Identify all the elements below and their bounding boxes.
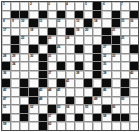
black-cell-r13c3 — [20, 105, 28, 113]
black-cell-r2c5 — [39, 11, 47, 19]
white-cell-r6c14[interactable] — [121, 45, 129, 53]
clue-number: 59 — [3, 122, 6, 125]
white-cell-r8c4[interactable] — [29, 62, 37, 70]
white-cell-r15c12[interactable] — [102, 122, 110, 130]
black-cell-r7c5 — [39, 54, 47, 62]
clue-number: 54 — [66, 105, 69, 108]
black-cell-r8c7 — [57, 62, 65, 70]
white-cell-r15c6[interactable]: 60 — [48, 122, 56, 130]
white-cell-r3c15[interactable]: 16 — [130, 19, 138, 27]
black-cell-r5c12 — [102, 36, 110, 44]
white-cell-r14c4[interactable] — [29, 114, 37, 122]
white-cell-r5c3[interactable]: 22 — [20, 36, 28, 44]
clue-number: 56 — [112, 105, 115, 108]
clue-number: 1 — [3, 2, 5, 5]
white-cell-r5c10[interactable] — [84, 36, 92, 44]
white-cell-r7c4[interactable]: 30 — [29, 54, 37, 62]
white-cell-r9c9[interactable]: 38 — [75, 71, 83, 79]
white-cell-r8c14[interactable] — [121, 62, 129, 70]
white-cell-r13c10[interactable]: 55 — [84, 105, 92, 113]
white-cell-r3c2[interactable]: 9 — [11, 19, 19, 27]
white-cell-r1c7[interactable] — [57, 2, 65, 10]
white-cell-r1c4[interactable]: 2 — [29, 2, 37, 10]
clue-number: 22 — [21, 36, 24, 39]
white-cell-r4c11[interactable] — [93, 28, 101, 36]
white-cell-r7c6[interactable]: 31 — [48, 54, 56, 62]
black-cell-r14c7 — [57, 114, 65, 122]
black-cell-r2c7 — [57, 11, 65, 19]
white-cell-r14c12[interactable]: 58 — [102, 114, 110, 122]
white-cell-r12c9[interactable] — [75, 97, 83, 105]
white-cell-r4c5[interactable] — [39, 28, 47, 36]
clue-number: 5 — [85, 2, 87, 5]
clue-number: 51 — [3, 105, 6, 108]
white-cell-r11c15[interactable] — [130, 88, 138, 96]
white-cell-r13c9[interactable] — [75, 105, 83, 113]
white-cell-r2c12[interactable] — [102, 11, 110, 19]
white-cell-r6c5[interactable] — [39, 45, 47, 53]
white-cell-r12c5[interactable]: 48 — [39, 97, 47, 105]
clue-number: 12 — [57, 19, 60, 22]
white-cell-r12c6[interactable] — [48, 97, 56, 105]
white-cell-r9c14[interactable] — [121, 71, 129, 79]
crossword-grid: 1234567891011121314151617181920212223242… — [1, 1, 139, 131]
clue-number: 10 — [21, 19, 24, 22]
white-cell-r13c7[interactable]: 53 — [57, 105, 65, 113]
black-cell-r5c5 — [39, 36, 47, 44]
white-cell-r9c7[interactable] — [57, 71, 65, 79]
black-cell-r2c15 — [130, 11, 138, 19]
white-cell-r4c13[interactable]: 21 — [112, 28, 120, 36]
white-cell-r5c4[interactable] — [29, 36, 37, 44]
white-cell-r7c8[interactable] — [66, 54, 74, 62]
black-cell-r8c1 — [2, 62, 10, 70]
white-cell-r7c7[interactable] — [57, 54, 65, 62]
white-cell-r7c9[interactable] — [75, 54, 83, 62]
white-cell-r7c1[interactable]: 28 — [2, 54, 10, 62]
black-cell-r10c14 — [121, 79, 129, 87]
black-cell-r4c12 — [102, 28, 110, 36]
white-cell-r7c10[interactable] — [84, 54, 92, 62]
white-cell-r8c8[interactable] — [66, 62, 74, 70]
black-cell-r14c5 — [39, 114, 47, 122]
white-cell-r8c10[interactable] — [84, 62, 92, 70]
white-cell-r2c14[interactable] — [121, 11, 129, 19]
black-cell-r14c3 — [20, 114, 28, 122]
white-cell-r13c13[interactable]: 56 — [112, 105, 120, 113]
white-cell-r12c14[interactable]: 50 — [121, 97, 129, 105]
white-cell-r12c1[interactable]: 47 — [2, 97, 10, 105]
black-cell-r3c10 — [84, 19, 92, 27]
black-cell-r5c13 — [112, 36, 120, 44]
white-cell-r11c10[interactable] — [84, 88, 92, 96]
black-cell-r6c6 — [48, 45, 56, 53]
white-cell-r14c2[interactable] — [11, 114, 19, 122]
white-cell-r2c1[interactable] — [2, 11, 10, 19]
white-cell-r11c13[interactable] — [112, 88, 120, 96]
clue-number: 14 — [94, 19, 97, 22]
clue-number: 19 — [76, 28, 79, 31]
black-cell-r6c2 — [11, 45, 19, 53]
black-cell-r6c15 — [130, 45, 138, 53]
white-cell-r3c12[interactable] — [102, 19, 110, 27]
clue-number: 52 — [30, 105, 33, 108]
black-cell-r8c9 — [75, 62, 83, 70]
white-cell-r5c6[interactable]: 23 — [48, 36, 56, 44]
white-cell-r11c7[interactable]: 45 — [57, 88, 65, 96]
clue-number: 21 — [112, 28, 115, 31]
white-cell-r15c14[interactable] — [121, 122, 129, 130]
white-cell-r14c10[interactable] — [84, 114, 92, 122]
clue-number: 20 — [85, 28, 88, 31]
clue-number: 42 — [3, 88, 6, 91]
white-cell-r9c6[interactable]: 37 — [48, 71, 56, 79]
black-cell-r6c11 — [93, 45, 101, 53]
clue-number: 30 — [30, 54, 33, 57]
black-cell-r11c11 — [93, 88, 101, 96]
white-cell-r3c3[interactable]: 10 — [20, 19, 28, 27]
white-cell-r7c3[interactable] — [20, 54, 28, 62]
white-cell-r8c3[interactable] — [20, 62, 28, 70]
white-cell-r3c14[interactable]: 15 — [121, 19, 129, 27]
white-cell-r3c7[interactable]: 12 — [57, 19, 65, 27]
black-cell-r10c3 — [20, 79, 28, 87]
black-cell-r6c4 — [29, 45, 37, 53]
white-cell-r13c4[interactable]: 52 — [29, 105, 37, 113]
white-cell-r9c8[interactable] — [66, 71, 74, 79]
white-cell-r10c11[interactable] — [93, 79, 101, 87]
white-cell-r6c12[interactable]: 27 — [102, 45, 110, 53]
white-cell-r12c11[interactable]: 49 — [93, 97, 101, 105]
white-cell-r3c5[interactable]: 11 — [39, 19, 47, 27]
white-cell-r8c13[interactable] — [112, 62, 120, 70]
black-cell-r4c8 — [66, 28, 74, 36]
white-cell-r12c3[interactable] — [20, 97, 28, 105]
clue-number: 49 — [94, 97, 97, 100]
clue-number: 4 — [66, 2, 68, 5]
white-cell-r15c11[interactable] — [93, 122, 101, 130]
white-cell-r11c5[interactable]: 43 — [39, 88, 47, 96]
white-cell-r9c3[interactable] — [20, 71, 28, 79]
black-cell-r8c11 — [93, 62, 101, 70]
white-cell-r1c3[interactable] — [20, 2, 28, 10]
black-cell-r3c13 — [112, 19, 120, 27]
white-cell-r15c13[interactable] — [112, 122, 120, 130]
white-cell-r6c1[interactable] — [2, 45, 10, 53]
black-cell-r12c10 — [84, 97, 92, 105]
black-cell-r2c3 — [20, 11, 28, 19]
clue-number: 44 — [48, 88, 51, 91]
white-cell-r5c1[interactable] — [2, 36, 10, 44]
white-cell-r4c2[interactable] — [11, 28, 19, 36]
clue-number: 24 — [66, 36, 69, 39]
white-cell-r13c14[interactable] — [121, 105, 129, 113]
black-cell-r11c14 — [121, 88, 129, 96]
white-cell-r1c9[interactable] — [75, 2, 83, 10]
white-cell-r3c8[interactable] — [66, 19, 74, 27]
white-cell-r10c6[interactable] — [48, 79, 56, 87]
black-cell-r14c14 — [121, 114, 129, 122]
black-cell-r10c5 — [39, 79, 47, 87]
clue-number: 25 — [121, 36, 124, 39]
clue-number: 28 — [3, 54, 6, 57]
white-cell-r12c13[interactable] — [112, 97, 120, 105]
white-cell-r15c8[interactable] — [66, 122, 74, 130]
white-cell-r8c12[interactable]: 35 — [102, 62, 110, 70]
white-cell-r7c2[interactable]: 29 — [11, 54, 19, 62]
black-cell-r10c1 — [2, 79, 10, 87]
white-cell-r12c12[interactable] — [102, 97, 110, 105]
clue-number: 33 — [112, 54, 115, 57]
white-cell-r7c15[interactable] — [130, 54, 138, 62]
white-cell-r13c2[interactable] — [11, 105, 19, 113]
clue-number: 41 — [66, 79, 69, 82]
clue-number: 37 — [48, 71, 51, 74]
black-cell-r1c11 — [93, 2, 101, 10]
clue-number: 38 — [76, 71, 79, 74]
clue-number: 43 — [39, 88, 42, 91]
clue-number: 13 — [76, 19, 79, 22]
black-cell-r2c2 — [11, 11, 19, 19]
black-cell-r10c12 — [102, 79, 110, 87]
black-cell-r6c9 — [75, 45, 83, 53]
white-cell-r13c5[interactable] — [39, 105, 47, 113]
white-cell-r9c1[interactable]: 36 — [2, 71, 10, 79]
white-cell-r1c6[interactable]: 3 — [48, 2, 56, 10]
white-cell-r6c10[interactable] — [84, 45, 92, 53]
clue-number: 15 — [121, 19, 124, 22]
white-cell-r14c15[interactable] — [130, 114, 138, 122]
white-cell-r3c1[interactable]: 8 — [2, 19, 10, 27]
white-cell-r9c10[interactable] — [84, 71, 92, 79]
clue-number: 47 — [3, 97, 6, 100]
clue-number: 27 — [103, 45, 106, 48]
white-cell-r4c1[interactable]: 17 — [2, 28, 10, 36]
clue-number: 6 — [103, 2, 105, 5]
white-cell-r2c8[interactable] — [66, 11, 74, 19]
clue-number: 8 — [3, 19, 5, 22]
white-cell-r10c8[interactable]: 41 — [66, 79, 74, 87]
clue-number: 16 — [130, 19, 133, 22]
clue-number: 58 — [103, 114, 106, 117]
white-cell-r5c8[interactable]: 24 — [66, 36, 74, 44]
white-cell-r10c4[interactable] — [29, 79, 37, 87]
white-cell-r5c7[interactable] — [57, 36, 65, 44]
white-cell-r15c3[interactable] — [20, 122, 28, 130]
white-cell-r11c6[interactable]: 44 — [48, 88, 56, 96]
black-cell-r14c1 — [2, 114, 10, 122]
black-cell-r2c9 — [75, 11, 83, 19]
clue-number: 57 — [48, 114, 51, 117]
white-cell-r13c1[interactable]: 51 — [2, 105, 10, 113]
white-cell-r9c2[interactable] — [11, 71, 19, 79]
white-cell-r1c5[interactable] — [39, 2, 47, 10]
white-cell-r4c14[interactable] — [121, 28, 129, 36]
clue-number: 35 — [103, 62, 106, 65]
white-cell-r11c8[interactable] — [66, 88, 74, 96]
white-cell-r9c4[interactable] — [29, 71, 37, 79]
white-cell-r5c14[interactable]: 25 — [121, 36, 129, 44]
black-cell-r10c10 — [84, 79, 92, 87]
white-cell-r15c9[interactable] — [75, 122, 83, 130]
white-cell-r4c3[interactable] — [20, 28, 28, 36]
white-cell-r11c2[interactable] — [11, 88, 19, 96]
white-cell-r3c11[interactable]: 14 — [93, 19, 101, 27]
black-cell-r8c15 — [130, 62, 138, 70]
clue-number: 11 — [39, 19, 42, 22]
clue-number: 48 — [39, 97, 42, 100]
white-cell-r9c12[interactable]: 39 — [102, 71, 110, 79]
white-cell-r5c9[interactable] — [75, 36, 83, 44]
clue-number: 55 — [85, 105, 88, 108]
white-cell-r11c9[interactable] — [75, 88, 83, 96]
white-cell-r1c13[interactable] — [112, 2, 120, 10]
white-cell-r1c15[interactable] — [130, 2, 138, 10]
white-cell-r6c3[interactable] — [20, 45, 28, 53]
white-cell-r11c12[interactable]: 46 — [102, 88, 110, 96]
black-cell-r6c13 — [112, 45, 120, 53]
white-cell-r1c14[interactable]: 7 — [121, 2, 129, 10]
white-cell-r15c10[interactable] — [84, 122, 92, 130]
white-cell-r14c6[interactable]: 57 — [48, 114, 56, 122]
white-cell-r10c2[interactable] — [11, 79, 19, 87]
white-cell-r4c10[interactable]: 20 — [84, 28, 92, 36]
black-cell-r15c5 — [39, 122, 47, 130]
black-cell-r11c4 — [29, 88, 37, 96]
black-cell-r10c7 — [57, 79, 65, 87]
clue-number: 9 — [12, 19, 14, 22]
white-cell-r10c15[interactable] — [130, 79, 138, 87]
white-cell-r15c2[interactable] — [11, 122, 19, 130]
white-cell-r10c13[interactable] — [112, 79, 120, 87]
clue-number: 18 — [30, 28, 33, 31]
black-cell-r7c11 — [93, 54, 101, 62]
white-cell-r4c7[interactable] — [57, 28, 65, 36]
black-cell-r9c5 — [39, 71, 47, 79]
white-cell-r2c4[interactable] — [29, 11, 37, 19]
white-cell-r8c6[interactable] — [48, 62, 56, 70]
clue-number: 2 — [30, 2, 32, 5]
white-cell-r15c1[interactable]: 59 — [2, 122, 10, 130]
black-cell-r9c11 — [93, 71, 101, 79]
clue-number: 60 — [48, 122, 51, 125]
black-cell-r12c8 — [66, 97, 74, 105]
white-cell-r15c7[interactable] — [57, 122, 65, 130]
white-cell-r11c1[interactable]: 42 — [2, 88, 10, 96]
black-cell-r11c3 — [20, 88, 28, 96]
black-cell-r3c4 — [29, 19, 37, 27]
black-cell-r14c9 — [75, 114, 83, 122]
clue-number: 53 — [57, 105, 60, 108]
white-cell-r7c12[interactable]: 32 — [102, 54, 110, 62]
clue-number: 26 — [57, 45, 60, 48]
white-cell-r14c8[interactable] — [66, 114, 74, 122]
white-cell-r15c15[interactable] — [130, 122, 138, 130]
white-cell-r1c1[interactable]: 1 — [2, 2, 10, 10]
white-cell-r7c14[interactable] — [121, 54, 129, 62]
black-cell-r2c13 — [112, 11, 120, 19]
clue-number: 23 — [48, 36, 51, 39]
black-cell-r14c11 — [93, 114, 101, 122]
white-cell-r6c7[interactable]: 26 — [57, 45, 65, 53]
white-cell-r13c11[interactable] — [93, 105, 101, 113]
clue-number: 31 — [48, 54, 51, 57]
black-cell-r12c4 — [29, 97, 37, 105]
clue-number: 3 — [48, 2, 50, 5]
white-cell-r1c2[interactable] — [11, 2, 19, 10]
clue-number: 46 — [103, 88, 106, 91]
white-cell-r4c4[interactable]: 18 — [29, 28, 37, 36]
black-cell-r13c12 — [102, 105, 110, 113]
black-cell-r4c6 — [48, 28, 56, 36]
white-cell-r3c6[interactable] — [48, 19, 56, 27]
clue-number: 17 — [3, 28, 6, 31]
clue-number: 32 — [103, 54, 106, 57]
white-cell-r12c2[interactable] — [11, 97, 19, 105]
black-cell-r2c11 — [93, 11, 101, 19]
white-cell-r1c10[interactable]: 5 — [84, 2, 92, 10]
white-cell-r9c13[interactable] — [112, 71, 120, 79]
white-cell-r2c6[interactable] — [48, 11, 56, 19]
white-cell-r13c15[interactable] — [130, 105, 138, 113]
white-cell-r9c15[interactable]: 40 — [130, 71, 138, 79]
black-cell-r8c5 — [39, 62, 47, 70]
black-cell-r14c13 — [112, 114, 120, 122]
white-cell-r3c9[interactable]: 13 — [75, 19, 83, 27]
clue-number: 45 — [57, 88, 60, 91]
clue-number: 39 — [103, 71, 106, 74]
white-cell-r10c9[interactable] — [75, 79, 83, 87]
black-cell-r13c6 — [48, 105, 56, 113]
white-cell-r13c8[interactable]: 54 — [66, 105, 74, 113]
white-cell-r1c12[interactable]: 6 — [102, 2, 110, 10]
white-cell-r4c9[interactable]: 19 — [75, 28, 83, 36]
clue-number: 7 — [121, 2, 123, 5]
clue-number: 40 — [130, 71, 133, 74]
clue-number: 36 — [3, 71, 6, 74]
clue-number: 50 — [121, 97, 124, 100]
white-cell-r8c2[interactable]: 34 — [11, 62, 19, 70]
white-cell-r5c15[interactable] — [130, 36, 138, 44]
clue-number: 29 — [12, 54, 15, 57]
white-cell-r5c11[interactable] — [93, 36, 101, 44]
white-cell-r7c13[interactable]: 33 — [112, 54, 120, 62]
clue-number: 34 — [12, 62, 15, 65]
white-cell-r6c8[interactable] — [66, 45, 74, 53]
white-cell-r2c10[interactable] — [84, 11, 92, 19]
white-cell-r4c15[interactable] — [130, 28, 138, 36]
white-cell-r1c8[interactable]: 4 — [66, 2, 74, 10]
black-cell-r5c2 — [11, 36, 19, 44]
white-cell-r12c15[interactable] — [130, 97, 138, 105]
white-cell-r15c4[interactable] — [29, 122, 37, 130]
white-cell-r12c7[interactable] — [57, 97, 65, 105]
